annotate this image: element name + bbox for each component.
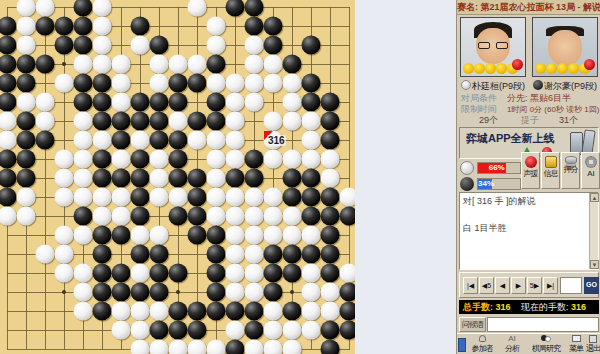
stone-black <box>93 169 112 188</box>
stone-white <box>226 207 245 226</box>
stone-white <box>245 283 264 302</box>
stone-white <box>207 17 226 36</box>
stone-black <box>188 74 207 93</box>
stone-black <box>321 188 340 207</box>
white-winrate-bar: 66% <box>478 163 506 173</box>
stone-white <box>17 188 36 207</box>
stone-white <box>17 93 36 112</box>
rose-icon <box>512 59 523 70</box>
stone-black <box>55 17 74 36</box>
stone-black <box>74 207 93 226</box>
stone-white <box>55 150 74 169</box>
stone-white <box>150 150 169 169</box>
stone-white <box>283 226 302 245</box>
board-study-button[interactable]: 棋局研究 <box>527 334 565 354</box>
stone-white <box>340 188 356 207</box>
stone-white <box>55 188 74 207</box>
stone-black <box>207 55 226 74</box>
stone-white <box>321 283 340 302</box>
stone-white <box>93 188 112 207</box>
stone-white <box>283 93 302 112</box>
stone-black <box>188 188 207 207</box>
stone-white <box>131 321 150 340</box>
stone-black <box>74 36 93 55</box>
nav-back5-button[interactable]: ◀5 <box>479 277 494 294</box>
stone-white <box>245 264 264 283</box>
stone-black <box>302 207 321 226</box>
scroll-down-icon[interactable]: ▼ <box>590 260 599 269</box>
stone-black <box>321 340 340 354</box>
stone-white <box>283 74 302 93</box>
stone-black <box>112 226 131 245</box>
stone-white <box>112 321 131 340</box>
banner-text: 弈城APP全新上线 <box>466 131 555 146</box>
nav-first-button[interactable]: |◀ <box>463 277 478 294</box>
ai-analysis-button[interactable]: AI 分析 <box>499 334 525 354</box>
stone-white <box>321 302 340 321</box>
stone-white <box>245 36 264 55</box>
move-count-bar: 总手数: 316 现在的手数: 316 <box>459 300 599 314</box>
stone-white <box>302 302 321 321</box>
greeting-row: 问候语 <box>459 317 599 332</box>
stone-white <box>340 264 356 283</box>
stone-white <box>169 112 188 131</box>
stone-black <box>131 207 150 226</box>
stone-white <box>0 112 17 131</box>
stone-white <box>264 226 283 245</box>
info-button[interactable]: 信息 <box>541 152 560 189</box>
stone-black <box>207 93 226 112</box>
stone-white <box>55 74 74 93</box>
stone-white <box>245 245 264 264</box>
stone-white <box>226 188 245 207</box>
stone-black <box>283 245 302 264</box>
stone-white <box>150 74 169 93</box>
go-board[interactable]: 316 <box>0 0 355 354</box>
stone-white <box>245 188 264 207</box>
stone-white <box>226 112 245 131</box>
stone-black <box>150 36 169 55</box>
captures-row: 29个 提子 31个 <box>457 115 600 126</box>
stone-white <box>74 264 93 283</box>
stone-white <box>112 302 131 321</box>
stone-white <box>74 169 93 188</box>
result-line: 白 1目半胜 <box>463 222 587 235</box>
stone-white <box>302 150 321 169</box>
stone-black <box>169 74 188 93</box>
nav-last-button[interactable]: ▶| <box>543 277 558 294</box>
stone-black <box>0 36 17 55</box>
stone-black <box>321 93 340 112</box>
stone-white <box>264 340 283 354</box>
stone-black <box>150 131 169 150</box>
stone-black <box>207 226 226 245</box>
stone-white <box>283 150 302 169</box>
stone-white <box>245 74 264 93</box>
stone-white <box>93 55 112 74</box>
stone-white <box>150 340 169 354</box>
participants-button[interactable]: 参加者 <box>467 334 497 354</box>
stone-black <box>36 55 55 74</box>
white-captures: 29个 <box>479 115 498 126</box>
stone-black <box>340 321 356 340</box>
stone-black <box>131 188 150 207</box>
stone-black <box>150 321 169 340</box>
stone-white <box>93 17 112 36</box>
stone-black <box>93 112 112 131</box>
bet-button[interactable]: 押分 <box>561 152 580 189</box>
stone-white <box>169 340 188 354</box>
stone-black <box>17 131 36 150</box>
chat-input[interactable] <box>487 317 599 332</box>
stone-black <box>283 264 302 283</box>
stone-black <box>302 36 321 55</box>
stone-white <box>188 340 207 354</box>
stone-white <box>264 302 283 321</box>
stone-black <box>207 302 226 321</box>
stone-white <box>321 150 340 169</box>
stone-white <box>226 74 245 93</box>
stone-white <box>74 188 93 207</box>
stone-black <box>0 150 17 169</box>
stone-white <box>17 36 36 55</box>
stone-black <box>131 150 150 169</box>
gift-icon <box>545 156 557 168</box>
nav-fwd5-button[interactable]: 5▶ <box>527 277 542 294</box>
stone-black <box>55 36 74 55</box>
stone-black <box>321 131 340 150</box>
gear-icon <box>585 156 597 168</box>
flower-icon <box>496 63 507 74</box>
last-move-number: 316 <box>267 135 286 146</box>
stone-white <box>226 226 245 245</box>
stone-black <box>302 188 321 207</box>
stone-white <box>112 188 131 207</box>
commentary-box[interactable]: 对[ 316 手 ]的解说 白 1目半胜 ▲ ▼ <box>459 192 599 270</box>
stone-black <box>188 302 207 321</box>
stone-black <box>17 112 36 131</box>
flower-gifts <box>463 60 525 74</box>
stone-black <box>283 302 302 321</box>
stone-white <box>169 188 188 207</box>
move-number-input[interactable] <box>560 277 582 294</box>
white-stone-icon <box>461 80 471 90</box>
stone-black <box>131 93 150 112</box>
stone-white <box>302 131 321 150</box>
stone-black <box>245 321 264 340</box>
flower-icon <box>568 63 579 74</box>
stone-white <box>150 226 169 245</box>
stone-white <box>17 17 36 36</box>
menu-button[interactable]: 菜单 <box>565 334 587 354</box>
stone-white <box>93 207 112 226</box>
flower-icon <box>463 63 474 74</box>
stone-white <box>36 112 55 131</box>
stone-white <box>55 169 74 188</box>
stone-black <box>112 169 131 188</box>
stone-white <box>226 283 245 302</box>
stone-black <box>0 17 17 36</box>
stone-white <box>245 340 264 354</box>
stone-white <box>131 131 150 150</box>
stone-black <box>188 321 207 340</box>
stone-black <box>0 188 17 207</box>
stone-white <box>226 131 245 150</box>
stone-white <box>55 245 74 264</box>
stone-white <box>264 207 283 226</box>
stone-white <box>264 188 283 207</box>
stone-white <box>112 150 131 169</box>
stone-black <box>169 169 188 188</box>
black-captures: 31个 <box>559 115 578 126</box>
stone-black <box>131 245 150 264</box>
stone-black <box>74 17 93 36</box>
conditions-row: 对局条件 分先: 黑贴6目半 <box>457 93 600 104</box>
stone-white <box>226 264 245 283</box>
stone-black <box>340 302 356 321</box>
nav-back-button[interactable]: ◀ <box>495 277 510 294</box>
stone-black <box>264 17 283 36</box>
stone-black <box>112 112 131 131</box>
stone-black <box>207 264 226 283</box>
stone-black <box>245 302 264 321</box>
stone-white <box>207 74 226 93</box>
stone-white <box>112 93 131 112</box>
stone-black <box>17 74 36 93</box>
stone-black <box>340 283 356 302</box>
stone-black <box>207 283 226 302</box>
coins-icon <box>565 156 577 164</box>
stone-white <box>131 302 150 321</box>
stone-white <box>150 169 169 188</box>
stone-black <box>245 150 264 169</box>
rose-icon <box>584 59 595 70</box>
stone-black <box>302 245 321 264</box>
stone-black <box>131 283 150 302</box>
person-icon <box>467 334 497 344</box>
stone-white <box>302 264 321 283</box>
flower-icon <box>474 63 485 74</box>
stone-black <box>245 169 264 188</box>
stone-black <box>131 112 150 131</box>
flower-icon <box>546 63 557 74</box>
stone-black <box>321 321 340 340</box>
star-point <box>176 290 180 294</box>
stone-black <box>321 207 340 226</box>
stone-black <box>188 169 207 188</box>
stone-black <box>93 245 112 264</box>
flower-icon <box>485 63 496 74</box>
stone-white <box>74 150 93 169</box>
stone-white <box>150 55 169 74</box>
stone-black <box>131 17 150 36</box>
stone-white <box>226 150 245 169</box>
stone-white <box>36 245 55 264</box>
exit-button[interactable]: 退出 <box>585 334 600 354</box>
stone-black <box>169 302 188 321</box>
stone-black <box>150 93 169 112</box>
stone-black <box>74 0 93 17</box>
stone-black <box>169 150 188 169</box>
stone-white <box>188 55 207 74</box>
stone-black <box>245 17 264 36</box>
stone-white <box>245 207 264 226</box>
stone-black <box>93 302 112 321</box>
stone-white <box>226 245 245 264</box>
scroll-up-icon[interactable]: ▲ <box>590 193 599 202</box>
stone-black <box>226 0 245 17</box>
stone-black <box>112 264 131 283</box>
black-winrate-track: 34% <box>477 178 521 190</box>
glasses-icon <box>478 42 508 49</box>
stone-white <box>188 0 207 17</box>
stone-black <box>150 264 169 283</box>
stone-white <box>55 226 74 245</box>
star-point <box>62 62 66 66</box>
stone-black <box>0 93 17 112</box>
go-button[interactable]: GO <box>584 277 599 294</box>
ai-icon: AI <box>499 334 525 344</box>
stone-white <box>207 188 226 207</box>
move-navigation: |◀ ◀5 ◀ ▶ 5▶ ▶| GO <box>459 272 599 298</box>
stone-white <box>74 226 93 245</box>
stone-black <box>264 283 283 302</box>
stone-white <box>302 321 321 340</box>
stone-white <box>245 93 264 112</box>
stone-white <box>207 150 226 169</box>
stone-white <box>226 93 245 112</box>
stone-white <box>17 0 36 17</box>
stone-black <box>188 207 207 226</box>
stone-white <box>74 302 93 321</box>
match-title: 赛名: 第21届农心拉面杯 13局 - 解说 <box>457 0 600 15</box>
stone-white <box>188 131 207 150</box>
stone-white <box>74 55 93 74</box>
stone-white <box>131 264 150 283</box>
stone-black <box>131 169 150 188</box>
flower-icon <box>535 63 546 74</box>
black-stone-icon <box>460 177 474 191</box>
scrollbar[interactable]: ▲ ▼ <box>589 193 598 269</box>
stone-black <box>245 0 264 17</box>
stone-black <box>93 226 112 245</box>
stone-black <box>36 17 55 36</box>
ai-button[interactable]: A I <box>581 152 600 189</box>
stone-black <box>321 264 340 283</box>
stone-white <box>245 226 264 245</box>
stone-black <box>188 112 207 131</box>
stone-white <box>264 150 283 169</box>
stone-white <box>55 264 74 283</box>
stone-white <box>264 55 283 74</box>
stone-white <box>207 340 226 354</box>
stone-black <box>340 207 356 226</box>
menu-icon <box>565 334 587 344</box>
cheer-button[interactable]: 声援 <box>521 152 540 189</box>
flower-gifts <box>535 60 597 74</box>
greeting-button[interactable]: 问候语 <box>459 317 486 332</box>
captures-label: 提子 <box>521 115 539 126</box>
stone-black <box>17 150 36 169</box>
stone-white <box>74 283 93 302</box>
stones-icon <box>527 334 565 344</box>
stone-white <box>150 302 169 321</box>
white-stone-icon <box>460 161 474 175</box>
stone-white <box>74 112 93 131</box>
stone-black <box>169 264 188 283</box>
stone-black <box>226 169 245 188</box>
stone-white <box>74 131 93 150</box>
black-stone-icon <box>533 80 543 90</box>
commentary-line: 对[ 316 手 ]的解说 <box>463 195 587 208</box>
stone-white <box>150 188 169 207</box>
stone-white <box>207 169 226 188</box>
stone-black <box>150 112 169 131</box>
stone-white <box>93 131 112 150</box>
stone-white <box>207 131 226 150</box>
stone-white <box>93 36 112 55</box>
stone-black <box>169 131 188 150</box>
stone-black <box>93 74 112 93</box>
stone-black <box>321 226 340 245</box>
stone-black <box>321 245 340 264</box>
stone-black <box>302 93 321 112</box>
stone-white <box>283 207 302 226</box>
stone-white <box>302 283 321 302</box>
stone-white <box>112 74 131 93</box>
stone-white <box>0 131 17 150</box>
stone-white <box>264 321 283 340</box>
stone-black <box>17 55 36 74</box>
stone-white <box>245 55 264 74</box>
stone-white <box>112 55 131 74</box>
side-tab[interactable] <box>458 338 466 352</box>
nav-fwd-button[interactable]: ▶ <box>511 277 526 294</box>
stone-black <box>226 302 245 321</box>
stone-white <box>131 36 150 55</box>
stone-black <box>169 207 188 226</box>
stone-black <box>0 55 17 74</box>
stone-white <box>17 207 36 226</box>
stone-white <box>93 0 112 17</box>
stone-black <box>188 226 207 245</box>
stone-black <box>264 245 283 264</box>
stone-black <box>93 264 112 283</box>
stone-black <box>226 340 245 354</box>
stone-black <box>0 74 17 93</box>
stone-black <box>93 150 112 169</box>
stone-black <box>150 245 169 264</box>
stone-black <box>264 36 283 55</box>
stone-black <box>302 74 321 93</box>
white-winrate-track: 66% <box>477 162 521 174</box>
black-player-name: 谢尔豪(P9段) <box>533 80 600 92</box>
star-point <box>62 290 66 294</box>
stone-black <box>93 93 112 112</box>
stone-black <box>302 169 321 188</box>
stone-black <box>283 55 302 74</box>
stone-black <box>0 169 17 188</box>
stone-white <box>169 55 188 74</box>
stone-black <box>93 283 112 302</box>
stone-white <box>302 112 321 131</box>
stone-white <box>0 207 17 226</box>
stone-white <box>283 112 302 131</box>
stone-white <box>226 321 245 340</box>
exit-icon <box>585 334 600 344</box>
stone-white <box>207 207 226 226</box>
time-row: 限制时间 1时间 0分 (60秒 读秒 1回) <box>457 104 600 115</box>
